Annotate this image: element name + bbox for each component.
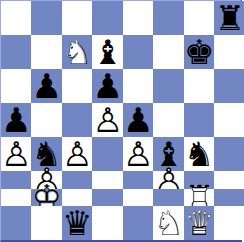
square-f8[interactable] [153,1,183,35]
white-pawn-outline: ♙ [1,137,31,171]
square-f5[interactable] [153,103,183,137]
square-e5[interactable]: ♟ [123,103,153,137]
square-g4[interactable]: ♞ [184,137,214,171]
square-e8[interactable] [123,1,153,35]
black-knight[interactable]: ♞ [184,137,214,171]
white-knight-outline: ♘ [153,206,183,240]
square-e1[interactable] [123,206,153,240]
square-f6[interactable] [153,69,183,103]
square-h8[interactable]: ♜ [214,1,244,35]
white-pawn[interactable]: ♟♙ [92,103,122,137]
chess-board: ♜♞♘♝♚♟♟♟♟♙♟♟♙♞♟♙♟♙♝♞♟♙♟♙♚♔♜♖♛♞♘♛♕ [0,0,242,242]
square-d2[interactable] [92,189,122,207]
square-e2[interactable] [123,189,153,207]
square-h5[interactable] [214,103,244,137]
square-a3[interactable] [1,171,31,189]
white-pawn-outline: ♙ [92,103,122,137]
square-a7[interactable] [1,35,31,69]
square-d7[interactable]: ♝ [92,35,122,69]
square-h7[interactable] [214,35,244,69]
white-king[interactable]: ♚♔ [31,189,61,207]
square-f1[interactable]: ♞♘ [153,206,183,240]
square-e4[interactable]: ♟♙ [123,137,153,171]
square-g8[interactable] [184,1,214,35]
black-pawn[interactable]: ♟ [1,103,31,137]
square-d5[interactable]: ♟♙ [92,103,122,137]
square-c7[interactable]: ♞♘ [62,35,92,69]
square-b1[interactable] [31,206,61,240]
square-b7[interactable] [31,35,61,69]
white-pawn-outline: ♙ [153,171,183,189]
square-b6[interactable]: ♟ [31,69,61,103]
black-bishop[interactable]: ♝ [92,35,122,69]
square-b2[interactable]: ♚♔ [31,189,61,207]
white-pawn-outline: ♙ [123,137,153,171]
square-h1[interactable] [214,206,244,240]
square-a2[interactable] [1,189,31,207]
square-c1[interactable]: ♛ [62,206,92,240]
square-h4[interactable] [214,137,244,171]
black-king[interactable]: ♚ [184,35,214,69]
square-d6[interactable]: ♟ [92,69,122,103]
white-knight[interactable]: ♞♘ [153,206,183,240]
black-pawn[interactable]: ♟ [31,69,61,103]
white-pawn[interactable]: ♟♙ [1,137,31,171]
square-c4[interactable]: ♟♙ [62,137,92,171]
square-c5[interactable] [62,103,92,137]
white-knight-outline: ♘ [62,35,92,69]
square-b8[interactable] [31,1,61,35]
square-a4[interactable]: ♟♙ [1,137,31,171]
square-d4[interactable] [92,137,122,171]
square-h2[interactable] [214,189,244,207]
square-c8[interactable] [62,1,92,35]
square-f3[interactable]: ♟♙ [153,171,183,189]
square-c3[interactable] [62,171,92,189]
black-queen[interactable]: ♛ [62,206,92,240]
black-pawn[interactable]: ♟ [123,103,153,137]
square-g6[interactable] [184,69,214,103]
white-queen-outline: ♕ [184,206,214,240]
square-a8[interactable] [1,1,31,35]
square-c6[interactable] [62,69,92,103]
black-rook[interactable]: ♜ [214,1,244,35]
square-f7[interactable] [153,35,183,69]
square-e6[interactable] [123,69,153,103]
board-grid: ♜♞♘♝♚♟♟♟♟♙♟♟♙♞♟♙♟♙♝♞♟♙♟♙♚♔♜♖♛♞♘♛♕ [1,1,240,240]
square-d3[interactable] [92,171,122,189]
square-b5[interactable] [31,103,61,137]
white-king-outline: ♔ [31,189,61,207]
square-a5[interactable]: ♟ [1,103,31,137]
white-knight[interactable]: ♞♘ [62,35,92,69]
square-e3[interactable] [123,171,153,189]
square-g7[interactable]: ♚ [184,35,214,69]
square-h3[interactable] [214,171,244,189]
white-pawn[interactable]: ♟♙ [153,171,183,189]
white-queen[interactable]: ♛♕ [184,206,214,240]
square-d8[interactable] [92,1,122,35]
white-pawn-outline: ♙ [62,137,92,171]
square-e7[interactable] [123,35,153,69]
square-d1[interactable] [92,206,122,240]
white-pawn[interactable]: ♟♙ [123,137,153,171]
square-g1[interactable]: ♛♕ [184,206,214,240]
square-a1[interactable] [1,206,31,240]
black-pawn[interactable]: ♟ [92,69,122,103]
square-h6[interactable] [214,69,244,103]
white-pawn[interactable]: ♟♙ [62,137,92,171]
square-g5[interactable] [184,103,214,137]
square-a6[interactable] [1,69,31,103]
